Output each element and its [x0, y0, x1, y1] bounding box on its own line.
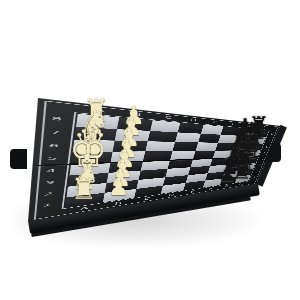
- product-photo: ABCDEFGH ABCDEFGH 87654321 87654321 ♜♞♝♛…: [0, 0, 300, 300]
- coord-label: 7: [39, 125, 70, 140]
- hinge-tab-left: [10, 149, 27, 169]
- coord-label: 8: [40, 111, 72, 127]
- coord-label: 6: [38, 139, 69, 152]
